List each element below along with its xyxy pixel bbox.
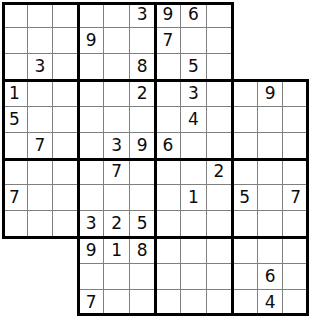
empty-cell-r5c4[interactable] <box>79 107 105 133</box>
outside-area <box>258 54 284 80</box>
empty-cell-r8c3[interactable] <box>53 185 79 211</box>
empty-cell-r1c9[interactable] <box>207 2 233 28</box>
given-cell-r7c5: 7 <box>104 159 130 185</box>
empty-cell-r7c8[interactable] <box>181 159 207 185</box>
empty-cell-r11c7[interactable] <box>156 264 182 290</box>
given-cell-r6c6: 9 <box>130 133 156 159</box>
empty-cell-r6c9[interactable] <box>207 133 233 159</box>
empty-cell-r3c1[interactable] <box>2 54 28 80</box>
given-cell-r8c10: 5 <box>232 185 258 211</box>
empty-cell-r7c2[interactable] <box>28 159 54 185</box>
empty-cell-r10c7[interactable] <box>156 237 182 263</box>
given-cell-r3c2: 3 <box>28 54 54 80</box>
empty-cell-r5c5[interactable] <box>104 107 130 133</box>
empty-cell-r9c1[interactable] <box>2 211 28 237</box>
given-cell-r3c6: 8 <box>130 54 156 80</box>
empty-cell-r10c8[interactable] <box>181 237 207 263</box>
empty-cell-r10c10[interactable] <box>232 237 258 263</box>
given-cell-r5c8: 4 <box>181 107 207 133</box>
given-cell-r7c9: 2 <box>207 159 233 185</box>
empty-cell-r3c3[interactable] <box>53 54 79 80</box>
empty-cell-r6c11[interactable] <box>258 133 284 159</box>
given-cell-r1c6: 3 <box>130 2 156 28</box>
empty-cell-r4c2[interactable] <box>28 80 54 106</box>
empty-cell-r9c8[interactable] <box>181 211 207 237</box>
given-cell-r1c8: 6 <box>181 2 207 28</box>
empty-cell-r11c8[interactable] <box>181 264 207 290</box>
thick-horizontal-line-lower-right-9 <box>79 236 309 239</box>
given-cell-r9c4: 3 <box>79 211 105 237</box>
thick-horizontal-line-upper-left-0 <box>2 2 232 5</box>
outside-area <box>232 2 258 28</box>
thick-horizontal-line-lower-right-6 <box>79 158 309 161</box>
empty-cell-r7c6[interactable] <box>130 159 156 185</box>
outside-area <box>283 54 309 80</box>
given-cell-r8c1: 7 <box>2 185 28 211</box>
empty-cell-r5c6[interactable] <box>130 107 156 133</box>
given-cell-r4c6: 2 <box>130 80 156 106</box>
given-cell-r11c11: 6 <box>258 264 284 290</box>
given-cell-r3c8: 5 <box>181 54 207 80</box>
empty-cell-r4c3[interactable] <box>53 80 79 106</box>
given-cell-r8c8: 1 <box>181 185 207 211</box>
empty-cell-r9c3[interactable] <box>53 211 79 237</box>
empty-cell-r4c10[interactable] <box>232 80 258 106</box>
empty-cell-r1c2[interactable] <box>28 2 54 28</box>
empty-cell-r3c7[interactable] <box>156 54 182 80</box>
given-cell-r9c6: 5 <box>130 211 156 237</box>
empty-cell-r5c9[interactable] <box>207 107 233 133</box>
empty-cell-r5c11[interactable] <box>258 107 284 133</box>
empty-cell-r8c2[interactable] <box>28 185 54 211</box>
given-cell-r4c8: 3 <box>181 80 207 106</box>
outside-area <box>258 2 284 28</box>
given-cell-r4c1: 1 <box>2 80 28 106</box>
given-cell-r2c7: 7 <box>156 28 182 54</box>
empty-cell-r2c2[interactable] <box>28 28 54 54</box>
empty-cell-r6c1[interactable] <box>2 133 28 159</box>
empty-cell-r1c5[interactable] <box>104 2 130 28</box>
empty-cell-r8c7[interactable] <box>156 185 182 211</box>
given-cell-r10c6: 8 <box>130 237 156 263</box>
outside-area <box>28 290 54 316</box>
empty-cell-r6c8[interactable] <box>181 133 207 159</box>
empty-cell-r8c11[interactable] <box>258 185 284 211</box>
given-cell-r5c1: 5 <box>2 107 28 133</box>
empty-cell-r4c9[interactable] <box>207 80 233 106</box>
empty-cell-r11c10[interactable] <box>232 264 258 290</box>
empty-cell-r9c11[interactable] <box>258 211 284 237</box>
given-cell-r6c7: 6 <box>156 133 182 159</box>
empty-cell-r2c1[interactable] <box>2 28 28 54</box>
outside-area <box>2 264 28 290</box>
empty-cell-r11c6[interactable] <box>130 264 156 290</box>
empty-cell-r9c7[interactable] <box>156 211 182 237</box>
empty-cell-r5c2[interactable] <box>28 107 54 133</box>
given-cell-r6c2: 7 <box>28 133 54 159</box>
thick-horizontal-line-lower-right-12 <box>79 313 309 316</box>
outside-area <box>258 28 284 54</box>
given-cell-r2c4: 9 <box>79 28 105 54</box>
empty-cell-r5c3[interactable] <box>53 107 79 133</box>
empty-cell-r4c5[interactable] <box>104 80 130 106</box>
empty-cell-r4c7[interactable] <box>156 80 182 106</box>
empty-cell-r8c9[interactable] <box>207 185 233 211</box>
empty-cell-r6c10[interactable] <box>232 133 258 159</box>
empty-cell-r9c10[interactable] <box>232 211 258 237</box>
outside-area <box>2 290 28 316</box>
empty-cell-r10c11[interactable] <box>258 237 284 263</box>
given-cell-r9c5: 2 <box>104 211 130 237</box>
empty-cell-r2c8[interactable] <box>181 28 207 54</box>
given-cell-r10c5: 1 <box>104 237 130 263</box>
empty-cell-r1c4[interactable] <box>79 2 105 28</box>
outside-area <box>28 237 54 263</box>
empty-cell-r7c7[interactable] <box>156 159 182 185</box>
empty-cell-r3c5[interactable] <box>104 54 130 80</box>
empty-cell-r7c10[interactable] <box>232 159 258 185</box>
outside-area <box>232 28 258 54</box>
empty-cell-r3c9[interactable] <box>207 54 233 80</box>
empty-cell-r2c9[interactable] <box>207 28 233 54</box>
given-cell-r1c7: 9 <box>156 2 182 28</box>
empty-cell-r3c4[interactable] <box>79 54 105 80</box>
empty-cell-r11c4[interactable] <box>79 264 105 290</box>
empty-cell-r6c3[interactable] <box>53 133 79 159</box>
outside-area <box>2 237 28 263</box>
outside-area <box>232 54 258 80</box>
empty-cell-r5c7[interactable] <box>156 107 182 133</box>
empty-cell-r7c11[interactable] <box>258 159 284 185</box>
twodoku-board: 396973851239547396727157325918674 <box>2 2 309 316</box>
empty-cell-r2c5[interactable] <box>104 28 130 54</box>
outside-area <box>53 264 79 290</box>
empty-cell-r7c4[interactable] <box>79 159 105 185</box>
empty-cell-r11c5[interactable] <box>104 264 130 290</box>
empty-cell-r8c4[interactable] <box>79 185 105 211</box>
outside-area <box>53 290 79 316</box>
thick-vertical-line-lower-right-3 <box>77 81 80 317</box>
thick-vertical-line-lower-right-9 <box>231 81 234 317</box>
thick-vertical-line-lower-right-6 <box>154 81 157 317</box>
empty-cell-r10c9[interactable] <box>207 237 233 263</box>
outside-area <box>283 28 309 54</box>
given-cell-r4c11: 9 <box>258 80 284 106</box>
empty-cell-r2c6[interactable] <box>130 28 156 54</box>
outside-area <box>28 264 54 290</box>
empty-cell-r8c5[interactable] <box>104 185 130 211</box>
empty-cell-r8c6[interactable] <box>130 185 156 211</box>
thick-horizontal-line-lower-right-3 <box>79 79 309 82</box>
empty-cell-r7c3[interactable] <box>53 159 79 185</box>
given-cell-r10c4: 9 <box>79 237 105 263</box>
empty-cell-r1c1[interactable] <box>2 2 28 28</box>
given-cell-r6c5: 3 <box>104 133 130 159</box>
thick-vertical-line-lower-right-12 <box>306 81 309 317</box>
outside-area <box>283 2 309 28</box>
outside-area <box>53 237 79 263</box>
empty-cell-r2c3[interactable] <box>53 28 79 54</box>
empty-cell-r6c4[interactable] <box>79 133 105 159</box>
twodoku-puzzle: 396973851239547396727157325918674 <box>0 0 312 320</box>
empty-cell-r9c2[interactable] <box>28 211 54 237</box>
thick-vertical-line-upper-left-0 <box>2 2 5 238</box>
empty-cell-r11c9[interactable] <box>207 264 233 290</box>
empty-cell-r7c1[interactable] <box>2 159 28 185</box>
empty-cell-r4c4[interactable] <box>79 80 105 106</box>
empty-cell-r1c3[interactable] <box>53 2 79 28</box>
empty-cell-r5c10[interactable] <box>232 107 258 133</box>
empty-cell-r9c9[interactable] <box>207 211 233 237</box>
